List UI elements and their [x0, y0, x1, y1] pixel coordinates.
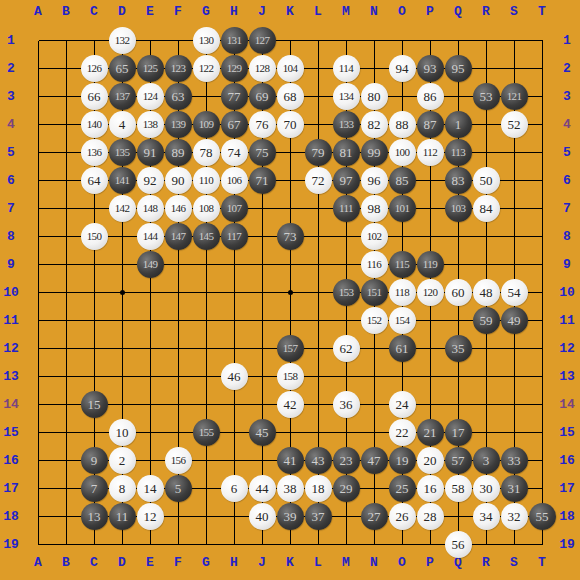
move-number: 106	[227, 175, 242, 186]
stone-D7-move-142: 142	[109, 195, 136, 222]
col-label-top-O: O	[388, 4, 416, 22]
stone-O9-move-115: 115	[389, 251, 416, 278]
move-number: 32	[508, 510, 521, 523]
move-number: 45	[256, 426, 269, 439]
stone-C3-move-66: 66	[81, 83, 108, 110]
move-number: 146	[171, 203, 186, 214]
move-number: 96	[368, 174, 381, 187]
stone-D15-move-10: 10	[109, 419, 136, 446]
move-number: 107	[227, 203, 242, 214]
move-number: 56	[452, 538, 465, 551]
move-number: 9	[91, 454, 98, 467]
col-label-top-P: P	[416, 4, 444, 22]
move-number: 42	[284, 398, 297, 411]
stone-Q6-move-83: 83	[445, 167, 472, 194]
move-number: 141	[115, 175, 130, 186]
move-number: 20	[424, 454, 437, 467]
move-number: 29	[340, 482, 353, 495]
move-number: 76	[256, 118, 269, 131]
stone-D3-move-137: 137	[109, 83, 136, 110]
stone-O12-move-61: 61	[389, 335, 416, 362]
row-label-left-12: 12	[0, 334, 22, 362]
move-number: 38	[284, 482, 297, 495]
stone-N16-move-47: 47	[361, 447, 388, 474]
stone-O5-move-100: 100	[389, 139, 416, 166]
stone-E8-move-144: 144	[137, 223, 164, 250]
move-number: 118	[395, 287, 409, 298]
stone-G1-move-130: 130	[193, 27, 220, 54]
move-number: 157	[283, 343, 298, 354]
move-number: 5	[175, 482, 182, 495]
stone-G2-move-122: 122	[193, 55, 220, 82]
stone-H2-move-129: 129	[221, 55, 248, 82]
stone-M10-move-153: 153	[333, 279, 360, 306]
stone-R7-move-84: 84	[473, 195, 500, 222]
stone-J5-move-75: 75	[249, 139, 276, 166]
stone-C16-move-9: 9	[81, 447, 108, 474]
stone-C6-move-64: 64	[81, 167, 108, 194]
stone-F4-move-139: 139	[165, 111, 192, 138]
stone-J6-move-71: 71	[249, 167, 276, 194]
stone-Q15-move-17: 17	[445, 419, 472, 446]
stone-M2-move-114: 114	[333, 55, 360, 82]
move-number: 27	[368, 510, 381, 523]
stone-K12-move-157: 157	[277, 335, 304, 362]
move-number: 53	[480, 90, 493, 103]
col-label-top-C: C	[80, 4, 108, 22]
row-label-left-15: 15	[0, 418, 22, 446]
stone-J3-move-69: 69	[249, 83, 276, 110]
row-label-right-5: 5	[556, 138, 578, 166]
stone-M12-move-62: 62	[333, 335, 360, 362]
move-number: 65	[116, 62, 129, 75]
move-number: 153	[339, 287, 354, 298]
move-number: 86	[424, 90, 437, 103]
move-number: 52	[508, 118, 521, 131]
row-label-right-11: 11	[556, 306, 578, 334]
move-number: 59	[480, 314, 493, 327]
stone-R11-move-59: 59	[473, 307, 500, 334]
move-number: 10	[116, 426, 129, 439]
row-labels-left: 12345678910111213141516171819	[0, 26, 22, 558]
move-number: 13	[88, 510, 101, 523]
stone-H8-move-117: 117	[221, 223, 248, 250]
move-number: 136	[87, 147, 102, 158]
stone-M3-move-134: 134	[333, 83, 360, 110]
move-number: 151	[367, 287, 382, 298]
row-label-right-1: 1	[556, 26, 578, 54]
stone-P4-move-87: 87	[417, 111, 444, 138]
move-number: 131	[227, 35, 242, 46]
col-label-top-L: L	[304, 4, 332, 22]
stone-G15-move-155: 155	[193, 419, 220, 446]
move-number: 95	[452, 62, 465, 75]
stone-Q7-move-103: 103	[445, 195, 472, 222]
stone-N11-move-152: 152	[361, 307, 388, 334]
move-number: 97	[340, 174, 353, 187]
move-number: 123	[171, 63, 186, 74]
stone-F5-move-89: 89	[165, 139, 192, 166]
move-number: 37	[312, 510, 325, 523]
row-label-right-8: 8	[556, 222, 578, 250]
move-number: 49	[508, 314, 521, 327]
row-label-left-4: 4	[0, 110, 22, 138]
row-label-right-15: 15	[556, 418, 578, 446]
move-number: 99	[368, 146, 381, 159]
stone-G7-move-108: 108	[193, 195, 220, 222]
stone-R17-move-30: 30	[473, 475, 500, 502]
move-number: 25	[396, 482, 409, 495]
move-number: 113	[451, 147, 465, 158]
stone-Q4-move-1: 1	[445, 111, 472, 138]
stone-G6-move-110: 110	[193, 167, 220, 194]
stone-N18-move-27: 27	[361, 503, 388, 530]
stone-R6-move-50: 50	[473, 167, 500, 194]
stone-R16-move-3: 3	[473, 447, 500, 474]
move-number: 114	[339, 63, 353, 74]
stone-K4-move-70: 70	[277, 111, 304, 138]
row-label-left-18: 18	[0, 502, 22, 530]
stone-P5-move-112: 112	[417, 139, 444, 166]
move-number: 130	[199, 35, 214, 46]
stone-L6-move-72: 72	[305, 167, 332, 194]
move-number: 124	[143, 91, 158, 102]
row-label-left-3: 3	[0, 82, 22, 110]
stone-S18-move-32: 32	[501, 503, 528, 530]
stone-N10-move-151: 151	[361, 279, 388, 306]
stone-J2-move-128: 128	[249, 55, 276, 82]
row-label-right-4: 4	[556, 110, 578, 138]
go-board-diagram: ABCDEFGHJKLMNOPQRST ABCDEFGHJKLMNOPQRST …	[0, 0, 580, 580]
move-number: 111	[339, 203, 353, 214]
stone-H5-move-74: 74	[221, 139, 248, 166]
move-number: 142	[115, 203, 130, 214]
move-number: 39	[284, 510, 297, 523]
stone-N7-move-98: 98	[361, 195, 388, 222]
move-number: 155	[199, 427, 214, 438]
move-number: 81	[340, 146, 353, 159]
col-label-top-B: B	[52, 4, 80, 22]
row-label-left-10: 10	[0, 278, 22, 306]
stone-O14-move-24: 24	[389, 391, 416, 418]
stone-N3-move-80: 80	[361, 83, 388, 110]
move-number: 108	[199, 203, 214, 214]
stone-Q2-move-95: 95	[445, 55, 472, 82]
move-number: 34	[480, 510, 493, 523]
move-number: 71	[256, 174, 269, 187]
stone-N6-move-96: 96	[361, 167, 388, 194]
column-labels-top: ABCDEFGHJKLMNOPQRST	[24, 4, 556, 22]
move-number: 68	[284, 90, 297, 103]
stone-E6-move-92: 92	[137, 167, 164, 194]
move-number: 126	[87, 63, 102, 74]
stone-O10-move-118: 118	[389, 279, 416, 306]
move-number: 22	[396, 426, 409, 439]
stone-S10-move-54: 54	[501, 279, 528, 306]
col-label-top-H: H	[220, 4, 248, 22]
move-number: 41	[284, 454, 297, 467]
move-number: 117	[227, 231, 241, 242]
stone-D18-move-11: 11	[109, 503, 136, 530]
col-label-top-D: D	[108, 4, 136, 22]
stone-S3-move-121: 121	[501, 83, 528, 110]
stone-T18-move-55: 55	[529, 503, 556, 530]
move-number: 69	[256, 90, 269, 103]
stone-P2-move-93: 93	[417, 55, 444, 82]
stone-H4-move-67: 67	[221, 111, 248, 138]
move-number: 94	[396, 62, 409, 75]
move-number: 104	[283, 63, 298, 74]
move-number: 74	[228, 146, 241, 159]
move-number: 21	[424, 426, 437, 439]
stone-K13-move-158: 158	[277, 363, 304, 390]
stone-H17-move-6: 6	[221, 475, 248, 502]
row-label-right-3: 3	[556, 82, 578, 110]
move-number: 150	[87, 231, 102, 242]
stone-E5-move-91: 91	[137, 139, 164, 166]
move-number: 36	[340, 398, 353, 411]
stone-Q5-move-113: 113	[445, 139, 472, 166]
move-number: 137	[115, 91, 130, 102]
stone-P9-move-119: 119	[417, 251, 444, 278]
col-label-top-A: A	[24, 4, 52, 22]
stone-P17-move-16: 16	[417, 475, 444, 502]
move-number: 46	[228, 370, 241, 383]
stone-O18-move-26: 26	[389, 503, 416, 530]
row-label-right-12: 12	[556, 334, 578, 362]
stone-F17-move-5: 5	[165, 475, 192, 502]
row-label-right-16: 16	[556, 446, 578, 474]
move-number: 4	[119, 118, 126, 131]
move-number: 40	[256, 510, 269, 523]
col-label-top-G: G	[192, 4, 220, 22]
stone-L18-move-37: 37	[305, 503, 332, 530]
move-number: 100	[395, 147, 410, 158]
stone-D5-move-135: 135	[109, 139, 136, 166]
move-number: 85	[396, 174, 409, 187]
move-number: 3	[483, 454, 490, 467]
move-number: 60	[452, 286, 465, 299]
move-number: 47	[368, 454, 381, 467]
stone-Q19-move-56: 56	[445, 531, 472, 558]
move-number: 58	[452, 482, 465, 495]
stone-O15-move-22: 22	[389, 419, 416, 446]
move-number: 140	[87, 119, 102, 130]
stone-C2-move-126: 126	[81, 55, 108, 82]
move-number: 14	[144, 482, 157, 495]
stone-D1-move-132: 132	[109, 27, 136, 54]
move-number: 48	[480, 286, 493, 299]
move-number: 23	[340, 454, 353, 467]
row-label-right-19: 19	[556, 530, 578, 558]
col-label-top-K: K	[276, 4, 304, 22]
stone-F6-move-90: 90	[165, 167, 192, 194]
stone-K2-move-104: 104	[277, 55, 304, 82]
stone-C17-move-7: 7	[81, 475, 108, 502]
row-label-right-6: 6	[556, 166, 578, 194]
stone-P3-move-86: 86	[417, 83, 444, 110]
move-number: 50	[480, 174, 493, 187]
move-number: 80	[368, 90, 381, 103]
row-label-right-9: 9	[556, 250, 578, 278]
stone-Q10-move-60: 60	[445, 279, 472, 306]
move-number: 109	[199, 119, 214, 130]
row-label-left-19: 19	[0, 530, 22, 558]
move-number: 78	[200, 146, 213, 159]
stone-M6-move-97: 97	[333, 167, 360, 194]
move-number: 62	[340, 342, 353, 355]
row-labels-right: 12345678910111213141516171819	[556, 26, 578, 558]
move-number: 30	[480, 482, 493, 495]
move-number: 57	[452, 454, 465, 467]
stone-C8-move-150: 150	[81, 223, 108, 250]
move-number: 98	[368, 202, 381, 215]
move-number: 16	[424, 482, 437, 495]
stone-P15-move-21: 21	[417, 419, 444, 446]
move-number: 89	[172, 146, 185, 159]
move-number: 79	[312, 146, 325, 159]
move-number: 31	[508, 482, 521, 495]
stone-E9-move-149: 149	[137, 251, 164, 278]
stone-S17-move-31: 31	[501, 475, 528, 502]
stone-O11-move-154: 154	[389, 307, 416, 334]
stone-F7-move-146: 146	[165, 195, 192, 222]
move-number: 158	[283, 371, 298, 382]
stone-O6-move-85: 85	[389, 167, 416, 194]
row-label-left-11: 11	[0, 306, 22, 334]
move-number: 91	[144, 146, 157, 159]
move-number: 8	[119, 482, 126, 495]
move-number: 132	[115, 35, 130, 46]
row-label-right-13: 13	[556, 362, 578, 390]
stone-M7-move-111: 111	[333, 195, 360, 222]
move-number: 144	[143, 231, 158, 242]
move-number: 55	[536, 510, 549, 523]
stone-S16-move-33: 33	[501, 447, 528, 474]
move-number: 82	[368, 118, 381, 131]
stone-Q17-move-58: 58	[445, 475, 472, 502]
move-number: 12	[144, 510, 157, 523]
move-number: 18	[312, 482, 325, 495]
col-label-top-N: N	[360, 4, 388, 22]
row-label-left-5: 5	[0, 138, 22, 166]
stone-S4-move-52: 52	[501, 111, 528, 138]
move-number: 11	[116, 510, 129, 523]
move-number: 28	[424, 510, 437, 523]
move-number: 6	[231, 482, 238, 495]
stones-grid: 1234567891011121314151617181920212223242…	[24, 26, 556, 558]
stone-G5-move-78: 78	[193, 139, 220, 166]
move-number: 120	[423, 287, 438, 298]
stone-M5-move-81: 81	[333, 139, 360, 166]
stone-O4-move-88: 88	[389, 111, 416, 138]
stone-S11-move-49: 49	[501, 307, 528, 334]
stone-M17-move-29: 29	[333, 475, 360, 502]
move-number: 73	[284, 230, 297, 243]
stone-G4-move-109: 109	[193, 111, 220, 138]
stone-K8-move-73: 73	[277, 223, 304, 250]
move-number: 101	[395, 203, 410, 214]
stone-R3-move-53: 53	[473, 83, 500, 110]
move-number: 35	[452, 342, 465, 355]
stone-E17-move-14: 14	[137, 475, 164, 502]
stone-H7-move-107: 107	[221, 195, 248, 222]
move-number: 112	[423, 147, 437, 158]
col-label-top-M: M	[332, 4, 360, 22]
stone-D6-move-141: 141	[109, 167, 136, 194]
move-number: 17	[452, 426, 465, 439]
move-number: 152	[367, 315, 382, 326]
move-number: 154	[395, 315, 410, 326]
stone-M14-move-36: 36	[333, 391, 360, 418]
move-number: 63	[172, 90, 185, 103]
row-label-right-18: 18	[556, 502, 578, 530]
move-number: 54	[508, 286, 521, 299]
move-number: 92	[144, 174, 157, 187]
move-number: 149	[143, 259, 158, 270]
stone-J1-move-127: 127	[249, 27, 276, 54]
move-number: 84	[480, 202, 493, 215]
stone-D4-move-4: 4	[109, 111, 136, 138]
stone-E2-move-125: 125	[137, 55, 164, 82]
move-number: 122	[199, 63, 214, 74]
move-number: 33	[508, 454, 521, 467]
stone-H1-move-131: 131	[221, 27, 248, 54]
row-label-right-10: 10	[556, 278, 578, 306]
row-label-left-16: 16	[0, 446, 22, 474]
stone-C14-move-15: 15	[81, 391, 108, 418]
stone-O2-move-94: 94	[389, 55, 416, 82]
move-number: 119	[423, 259, 437, 270]
stone-J18-move-40: 40	[249, 503, 276, 530]
move-number: 64	[88, 174, 101, 187]
move-number: 138	[143, 119, 158, 130]
move-number: 43	[312, 454, 325, 467]
move-number: 135	[115, 147, 130, 158]
stone-R18-move-34: 34	[473, 503, 500, 530]
move-number: 125	[143, 63, 158, 74]
move-number: 19	[396, 454, 409, 467]
move-number: 77	[228, 90, 241, 103]
stone-J17-move-44: 44	[249, 475, 276, 502]
move-number: 127	[255, 35, 270, 46]
move-number: 2	[119, 454, 126, 467]
row-label-left-7: 7	[0, 194, 22, 222]
move-number: 93	[424, 62, 437, 75]
col-label-top-R: R	[472, 4, 500, 22]
stone-N9-move-116: 116	[361, 251, 388, 278]
row-label-right-2: 2	[556, 54, 578, 82]
stone-J15-move-45: 45	[249, 419, 276, 446]
stone-D16-move-2: 2	[109, 447, 136, 474]
stone-O7-move-101: 101	[389, 195, 416, 222]
stone-K18-move-39: 39	[277, 503, 304, 530]
move-number: 128	[255, 63, 270, 74]
stone-C4-move-140: 140	[81, 111, 108, 138]
move-number: 156	[171, 455, 186, 466]
col-label-top-T: T	[528, 4, 556, 22]
row-label-left-14: 14	[0, 390, 22, 418]
move-number: 110	[199, 175, 213, 186]
col-label-top-F: F	[164, 4, 192, 22]
stone-C5-move-136: 136	[81, 139, 108, 166]
stone-F2-move-123: 123	[165, 55, 192, 82]
row-label-right-14: 14	[556, 390, 578, 418]
stone-E3-move-124: 124	[137, 83, 164, 110]
stone-L16-move-43: 43	[305, 447, 332, 474]
move-number: 1	[455, 118, 462, 131]
move-number: 121	[507, 91, 522, 102]
